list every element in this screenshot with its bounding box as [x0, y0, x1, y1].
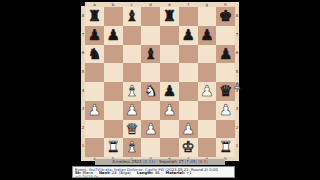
coord-label: 7 [235, 26, 239, 45]
white-rook-piece: ♜ [104, 138, 123, 157]
square-h7[interactable] [216, 26, 235, 45]
white-pawn-piece: ♟ [179, 120, 198, 139]
square-f4[interactable] [179, 82, 198, 101]
square-g3[interactable] [198, 101, 217, 120]
square-b3[interactable] [104, 101, 123, 120]
square-g8[interactable] [198, 7, 217, 26]
video-frame: { "game": { "name": "chess", "white_to_m… [0, 0, 320, 180]
square-a7[interactable]: ♟ [85, 26, 104, 45]
black-rook-piece: ♜ [85, 7, 104, 26]
square-e1[interactable] [160, 138, 179, 157]
black-bishop-piece: ♝ [141, 45, 160, 64]
event-time: 0:00 [209, 168, 218, 172]
meta-field: Material: +1 [165, 171, 191, 175]
square-h1[interactable]: ♜ [216, 138, 235, 157]
white-pawn-piece: ♟ [216, 101, 235, 120]
coord-label: 8 [235, 7, 239, 26]
coord-label: 6 [235, 44, 239, 63]
square-b4[interactable] [104, 82, 123, 101]
square-e7[interactable] [160, 26, 179, 45]
white-pawn-piece: ♟ [123, 101, 142, 120]
white-pawn-piece: ♟ [141, 120, 160, 139]
square-a6[interactable]: ♞ [85, 45, 104, 64]
square-h5[interactable] [216, 63, 235, 82]
game-result: (0-1) [198, 159, 208, 164]
square-f3[interactable] [179, 101, 198, 120]
black-bishop-piece: ♝ [123, 7, 142, 26]
square-a1[interactable] [85, 138, 104, 157]
square-e3[interactable]: ♟ [160, 101, 179, 120]
square-d3[interactable] [141, 101, 160, 120]
board-frame: abcdefgh abcdefgh 87654321 87654321 ♜♝♜♚… [81, 2, 239, 161]
square-d1[interactable] [141, 138, 160, 157]
square-g6[interactable] [198, 45, 217, 64]
engine-eval-line: +0.78/23 0s [75, 175, 232, 178]
black-pawn-piece: ♟ [198, 26, 217, 45]
square-c8[interactable]: ♝ [123, 7, 142, 26]
meta-field: Next: 28. (Brga) [99, 171, 131, 175]
square-e2[interactable] [160, 120, 179, 139]
white-clock: (2:13) [143, 159, 155, 164]
game-caption: A.meiess 2524 (2:13) - Sepolskh 27 (7:05… [95, 159, 225, 165]
square-d4[interactable]: ♞ [141, 82, 160, 101]
white-pawn-piece: ♟ [198, 82, 217, 101]
square-a2[interactable] [85, 120, 104, 139]
white-queen-piece: ♛ [123, 120, 142, 139]
square-d2[interactable]: ♟ [141, 120, 160, 139]
square-g7[interactable]: ♟ [198, 26, 217, 45]
square-h2[interactable] [216, 120, 235, 139]
square-b8[interactable] [104, 7, 123, 26]
square-a3[interactable]: ♟ [85, 101, 104, 120]
white-bishop-piece: ♝ [123, 138, 142, 157]
square-g5[interactable] [198, 63, 217, 82]
square-f1[interactable]: ♚ [179, 138, 198, 157]
square-a8[interactable]: ♜ [85, 7, 104, 26]
square-c5[interactable] [123, 63, 142, 82]
square-h8[interactable]: ♚ [216, 7, 235, 26]
coord-label: 5 [235, 63, 239, 82]
square-b7[interactable]: ♟ [104, 26, 123, 45]
square-h6[interactable]: ♟ [216, 45, 235, 64]
square-d6[interactable]: ♝ [141, 45, 160, 64]
black-pawn-piece: ♟ [216, 45, 235, 64]
black-knight-piece: ♞ [85, 45, 104, 64]
square-g1[interactable] [198, 138, 217, 157]
white-player-name: A.meiess 2524 [112, 159, 142, 164]
white-pawn-piece: ♟ [85, 101, 104, 120]
square-d5[interactable] [141, 63, 160, 82]
coord-label: 2 [235, 119, 239, 138]
black-rook-piece: ♜ [160, 7, 179, 26]
black-king-piece: ♚ [216, 7, 235, 26]
square-f8[interactable] [179, 7, 198, 26]
square-g2[interactable] [198, 120, 217, 139]
white-king-piece: ♚ [179, 138, 198, 157]
square-c6[interactable] [123, 45, 142, 64]
black-clock: (7:05) [185, 159, 197, 164]
square-c7[interactable] [123, 26, 142, 45]
square-f6[interactable] [179, 45, 198, 64]
square-b1[interactable]: ♜ [104, 138, 123, 157]
square-b5[interactable] [104, 63, 123, 82]
white-bishop-piece: ♝ [123, 82, 142, 101]
coord-label: 3 [235, 100, 239, 119]
square-g4[interactable]: ♟ [198, 82, 217, 101]
square-b2[interactable] [104, 120, 123, 139]
square-e4[interactable]: ♟ [160, 82, 179, 101]
square-a5[interactable] [85, 63, 104, 82]
square-c3[interactable]: ♟ [123, 101, 142, 120]
square-h3[interactable]: ♟ [216, 101, 235, 120]
square-e8[interactable]: ♜ [160, 7, 179, 26]
black-corner-marker [81, 2, 85, 6]
black-pawn-piece: ♟ [85, 26, 104, 45]
square-b6[interactable] [104, 45, 123, 64]
white-rook-piece: ♜ [216, 138, 235, 157]
white-pawn-side-marker-icon: ♙ [233, 81, 241, 91]
square-e5[interactable] [160, 63, 179, 82]
square-d7[interactable] [141, 26, 160, 45]
square-f2[interactable]: ♟ [179, 120, 198, 139]
square-e6[interactable] [160, 45, 179, 64]
white-knight-piece: ♞ [141, 82, 160, 101]
black-pawn-piece: ♟ [179, 26, 198, 45]
square-d8[interactable] [141, 7, 160, 26]
square-c4[interactable]: ♝ [123, 82, 142, 101]
black-pawn-piece: ♟ [104, 26, 123, 45]
square-c1[interactable]: ♝ [123, 138, 142, 157]
game-info-panel: Event: YouTV/kraila, Italian Defense, Ca… [72, 166, 235, 178]
square-a4[interactable] [85, 82, 104, 101]
chess-board: ♜♝♜♚♟♟♟♟♞♝♟♝♞♟♟♛♟♟♟♟♛♟♟♜♝♚♜ [85, 7, 235, 157]
meta-field: Length: 48 [137, 171, 160, 175]
square-f7[interactable]: ♟ [179, 26, 198, 45]
black-pawn-piece: ♟ [160, 82, 179, 101]
white-pawn-piece: ♟ [160, 101, 179, 120]
caption-separator: - [156, 159, 157, 164]
coord-label: 1 [235, 137, 239, 156]
square-c2[interactable]: ♛ [123, 120, 142, 139]
black-player-name: Sepolskh 27 [159, 159, 183, 164]
square-f5[interactable] [179, 63, 198, 82]
